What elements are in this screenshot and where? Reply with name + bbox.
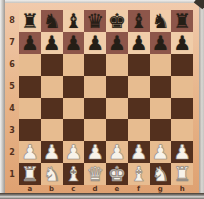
square-b8[interactable]: ♞ xyxy=(41,10,63,32)
square-e3[interactable] xyxy=(106,119,128,141)
piece-black-pawn[interactable]: ♟ xyxy=(130,32,148,52)
piece-white-pawn[interactable]: ♟ xyxy=(151,142,169,162)
piece-black-bishop[interactable]: ♝ xyxy=(64,10,82,30)
piece-white-pawn[interactable]: ♟ xyxy=(86,142,104,162)
square-h1[interactable]: ♜ xyxy=(171,163,193,185)
piece-white-pawn[interactable]: ♟ xyxy=(43,142,61,162)
square-g7[interactable]: ♟ xyxy=(150,32,172,54)
piece-white-bishop[interactable]: ♝ xyxy=(64,164,82,184)
square-d5[interactable] xyxy=(84,76,106,98)
square-g8[interactable]: ♞ xyxy=(150,10,172,32)
square-a8[interactable]: ♜ xyxy=(19,10,41,32)
piece-black-queen[interactable]: ♛ xyxy=(86,10,104,30)
square-h8[interactable]: ♜ xyxy=(171,10,193,32)
square-c1[interactable]: ♝ xyxy=(63,163,85,185)
piece-white-rook[interactable]: ♜ xyxy=(21,164,39,184)
file-label-a: a xyxy=(19,185,41,193)
file-label-f: f xyxy=(128,185,150,193)
square-f8[interactable]: ♝ xyxy=(128,10,150,32)
piece-black-pawn[interactable]: ♟ xyxy=(108,32,126,52)
square-b7[interactable]: ♟ xyxy=(41,32,63,54)
square-g6[interactable] xyxy=(150,54,172,76)
rank-label-2: 2 xyxy=(5,141,19,163)
board-tray-ledge xyxy=(0,193,204,199)
piece-white-bishop[interactable]: ♝ xyxy=(130,164,148,184)
file-label-g: g xyxy=(150,185,172,193)
file-label-h: h xyxy=(171,185,193,193)
square-c8[interactable]: ♝ xyxy=(63,10,85,32)
rank-labels: 87654321 xyxy=(5,10,19,185)
square-c4[interactable] xyxy=(63,98,85,120)
file-label-c: c xyxy=(63,185,85,193)
square-d8[interactable]: ♛ xyxy=(84,10,106,32)
square-e7[interactable]: ♟ xyxy=(106,32,128,54)
square-a6[interactable] xyxy=(19,54,41,76)
square-a1[interactable]: ♜ xyxy=(19,163,41,185)
piece-white-pawn[interactable]: ♟ xyxy=(130,142,148,162)
square-h4[interactable] xyxy=(171,98,193,120)
square-a4[interactable] xyxy=(19,98,41,120)
square-d3[interactable] xyxy=(84,119,106,141)
square-e5[interactable] xyxy=(106,76,128,98)
rank-label-3: 3 xyxy=(5,119,19,141)
chessboard: 87654321 ♜♞♝♛♚♝♞♜♟♟♟♟♟♟♟♟♟♟♟♟♟♟♟♟♜♞♝♛♚♝♞… xyxy=(5,3,199,193)
rank-label-5: 5 xyxy=(5,76,19,98)
piece-black-king[interactable]: ♚ xyxy=(108,10,126,30)
square-e4[interactable] xyxy=(106,98,128,120)
square-f1[interactable]: ♝ xyxy=(128,163,150,185)
square-g2[interactable]: ♟ xyxy=(150,141,172,163)
rank-label-6: 6 xyxy=(5,54,19,76)
rank-label-7: 7 xyxy=(5,32,19,54)
piece-black-bishop[interactable]: ♝ xyxy=(130,10,148,30)
square-h5[interactable] xyxy=(171,76,193,98)
piece-black-pawn[interactable]: ♟ xyxy=(173,32,191,52)
piece-white-knight[interactable]: ♞ xyxy=(151,164,169,184)
square-b6[interactable] xyxy=(41,54,63,76)
square-b2[interactable]: ♟ xyxy=(41,141,63,163)
square-c2[interactable]: ♟ xyxy=(63,141,85,163)
demonstration-chessboard-scene: 87654321 ♜♞♝♛♚♝♞♜♟♟♟♟♟♟♟♟♟♟♟♟♟♟♟♟♜♞♝♛♚♝♞… xyxy=(0,0,204,199)
square-b3[interactable] xyxy=(41,119,63,141)
square-c5[interactable] xyxy=(63,76,85,98)
square-g4[interactable] xyxy=(150,98,172,120)
square-b5[interactable] xyxy=(41,76,63,98)
square-g5[interactable] xyxy=(150,76,172,98)
rank-label-1: 1 xyxy=(5,163,19,185)
square-g3[interactable] xyxy=(150,119,172,141)
square-a3[interactable] xyxy=(19,119,41,141)
square-b1[interactable]: ♞ xyxy=(41,163,63,185)
square-f4[interactable] xyxy=(128,98,150,120)
square-h2[interactable]: ♟ xyxy=(171,141,193,163)
square-f2[interactable]: ♟ xyxy=(128,141,150,163)
square-f7[interactable]: ♟ xyxy=(128,32,150,54)
square-f3[interactable] xyxy=(128,119,150,141)
rank-label-4: 4 xyxy=(5,98,19,120)
piece-black-knight[interactable]: ♞ xyxy=(151,10,169,30)
square-d7[interactable]: ♟ xyxy=(84,32,106,54)
square-a5[interactable] xyxy=(19,76,41,98)
square-c6[interactable] xyxy=(63,54,85,76)
square-e6[interactable] xyxy=(106,54,128,76)
piece-white-knight[interactable]: ♞ xyxy=(43,164,61,184)
square-c7[interactable]: ♟ xyxy=(63,32,85,54)
piece-black-knight[interactable]: ♞ xyxy=(43,10,61,30)
piece-black-pawn[interactable]: ♟ xyxy=(64,32,82,52)
square-f5[interactable] xyxy=(128,76,150,98)
wall-strip-right xyxy=(199,0,204,199)
piece-black-rook[interactable]: ♜ xyxy=(173,10,191,30)
square-d2[interactable]: ♟ xyxy=(84,141,106,163)
piece-white-rook[interactable]: ♜ xyxy=(173,164,191,184)
file-label-b: b xyxy=(41,185,63,193)
square-h3[interactable] xyxy=(171,119,193,141)
piece-black-pawn[interactable]: ♟ xyxy=(86,32,104,52)
piece-white-queen[interactable]: ♛ xyxy=(86,164,104,184)
piece-black-pawn[interactable]: ♟ xyxy=(21,32,39,52)
square-a2[interactable]: ♟ xyxy=(19,141,41,163)
square-e8[interactable]: ♚ xyxy=(106,10,128,32)
square-h7[interactable]: ♟ xyxy=(171,32,193,54)
piece-black-pawn[interactable]: ♟ xyxy=(151,32,169,52)
square-d6[interactable] xyxy=(84,54,106,76)
square-e1[interactable]: ♚ xyxy=(106,163,128,185)
square-d1[interactable]: ♛ xyxy=(84,163,106,185)
square-c3[interactable] xyxy=(63,119,85,141)
piece-white-pawn[interactable]: ♟ xyxy=(64,142,82,162)
square-e2[interactable]: ♟ xyxy=(106,141,128,163)
piece-white-king[interactable]: ♚ xyxy=(108,164,126,184)
rank-label-8: 8 xyxy=(5,10,19,32)
square-h6[interactable] xyxy=(171,54,193,76)
piece-black-rook[interactable]: ♜ xyxy=(21,10,39,30)
piece-white-pawn[interactable]: ♟ xyxy=(108,142,126,162)
square-b4[interactable] xyxy=(41,98,63,120)
square-a7[interactable]: ♟ xyxy=(19,32,41,54)
square-d4[interactable] xyxy=(84,98,106,120)
piece-black-pawn[interactable]: ♟ xyxy=(43,32,61,52)
file-label-e: e xyxy=(106,185,128,193)
square-g1[interactable]: ♞ xyxy=(150,163,172,185)
board-squares: ♜♞♝♛♚♝♞♜♟♟♟♟♟♟♟♟♟♟♟♟♟♟♟♟♜♞♝♛♚♝♞♜ xyxy=(19,10,193,185)
file-label-d: d xyxy=(84,185,106,193)
square-f6[interactable] xyxy=(128,54,150,76)
file-labels: abcdefgh xyxy=(19,185,193,193)
piece-white-pawn[interactable]: ♟ xyxy=(21,142,39,162)
piece-white-pawn[interactable]: ♟ xyxy=(173,142,191,162)
